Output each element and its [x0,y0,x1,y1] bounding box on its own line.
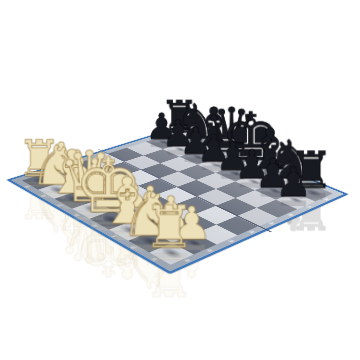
product-photo-scene: ♜♞♝♛♚♝♞♜♟♟♟♟♟♟♟♟♟♟♟♟♟♟♟♟♜♞♝♛♚♝♞♜ abcdefg… [0,0,360,360]
white-rook: ♜ [129,201,208,255]
file-label-h: h [150,257,158,261]
board-squares: ♜♞♝♛♚♝♞♜♟♟♟♟♟♟♟♟♟♟♟♟♟♟♟♟♜♞♝♛♚♝♞♜ [22,131,333,265]
rank-label-7: 7 [305,205,312,208]
board-surface: ♜♞♝♛♚♝♞♜♟♟♟♟♟♟♟♟♟♟♟♟♟♟♟♟♜♞♝♛♚♝♞♜ abcdefg… [7,126,349,274]
rank-label-6: 6 [287,213,295,216]
rank-label-4: 4 [248,230,256,234]
chess-board: ♜♞♝♛♚♝♞♜♟♟♟♟♟♟♟♟♟♟♟♟♟♟♟♟♜♞♝♛♚♝♞♜ abcdefg… [7,126,349,274]
black-pawn: ♟ [259,164,329,202]
rank-label-5: 5 [268,222,276,226]
